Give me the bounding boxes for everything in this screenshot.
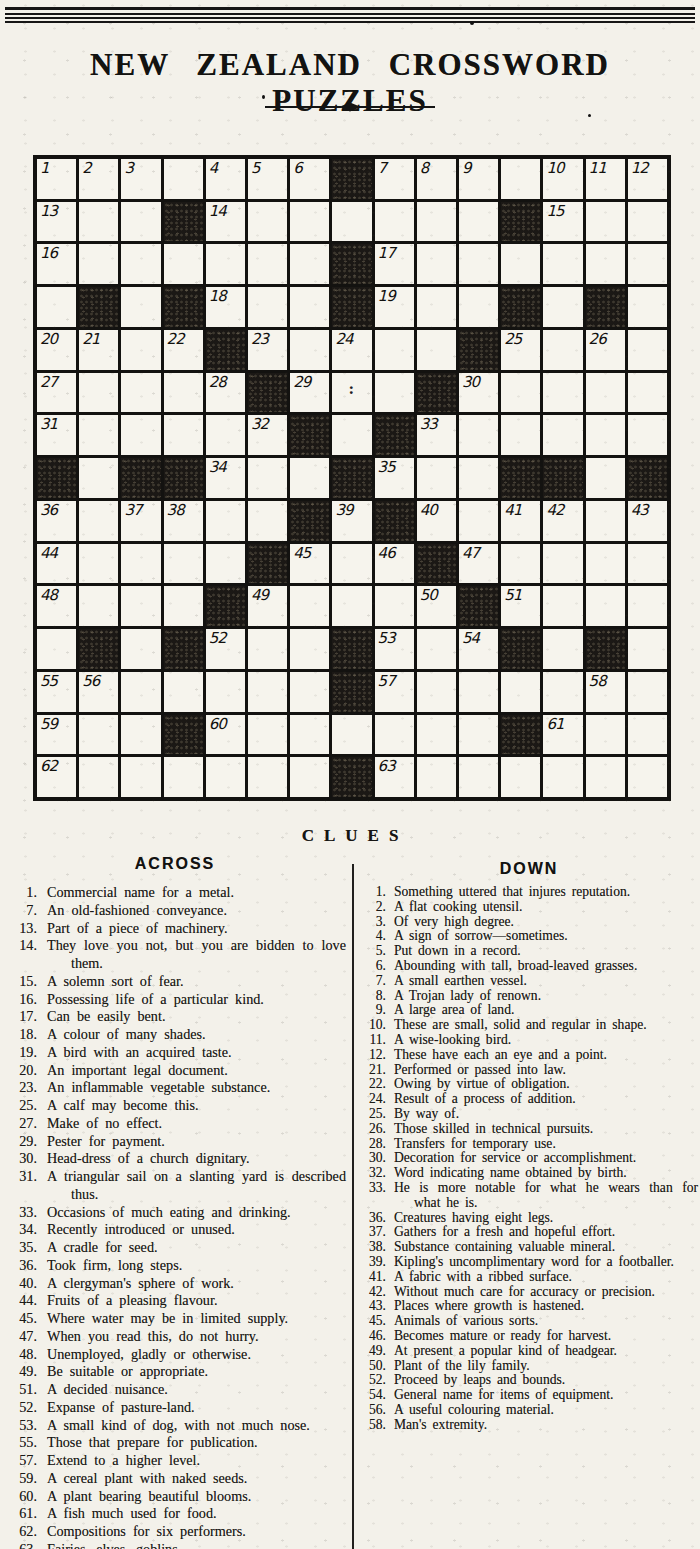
grid-cell: 7 (375, 159, 414, 199)
clue-number: 41. (360, 1270, 386, 1285)
down-heading: DOWN (360, 860, 698, 878)
grid-cell (332, 544, 371, 584)
clue: 4.A sign of sorrow—sometimes. (360, 929, 698, 944)
clue-number: 36. (4, 1257, 37, 1275)
clue: 47.When you read this, do not hurry. (4, 1328, 346, 1346)
grid-cell: 26 (586, 330, 625, 370)
cell-number: 9 (462, 159, 471, 177)
grid-cell (121, 415, 160, 455)
clue-text: Performed or passed into law. (394, 1063, 698, 1078)
cell-number: 36 (40, 501, 57, 519)
clue-number: 57. (4, 1452, 37, 1470)
clue-number: 24. (360, 1092, 386, 1107)
clue-number: 39. (360, 1255, 386, 1270)
clue-number: 1. (360, 885, 386, 900)
cell-number: 6 (293, 159, 302, 177)
cell-number: 39 (335, 501, 352, 519)
cell-number: 52 (209, 629, 226, 647)
clue: 3.Of very high degree. (360, 915, 698, 930)
clue-number: 23. (4, 1079, 37, 1097)
clue-text: By way of. (394, 1107, 698, 1122)
grid-cell (459, 501, 498, 541)
clue-text: Put down in a record. (394, 944, 698, 959)
clue-text: A large area of land. (394, 1003, 698, 1018)
clue-number: 2. (360, 900, 386, 915)
grid-cell (332, 715, 371, 755)
cell-number: 24 (335, 330, 352, 348)
clue: 16.Possessing life of a particular kind. (4, 991, 346, 1009)
clue: 26.Those skilled in technical pursuits. (360, 1122, 698, 1137)
cell-number: 50 (420, 586, 437, 604)
grid-cell (248, 287, 287, 327)
clue-number: 30. (4, 1150, 37, 1168)
clue-number: 46. (360, 1329, 386, 1344)
clue-text: A fish much used for food. (47, 1505, 346, 1523)
clue-text: Man's extremity. (394, 1418, 698, 1433)
clue-number: 34. (4, 1221, 37, 1239)
clue-text: An old-fashioned conveyance. (47, 902, 346, 920)
clue-text: Decoration for service or accomplishment… (394, 1151, 698, 1166)
grid-cell (121, 373, 160, 413)
grid-cell: 13 (37, 202, 76, 242)
grid-cell (375, 373, 414, 413)
grid-cell: 59 (37, 715, 76, 755)
grid-cell (628, 586, 667, 626)
grid-cell: 3 (121, 159, 160, 199)
grid-cell: 32 (248, 415, 287, 455)
clue-number: 25. (4, 1097, 37, 1115)
cell-number: 63 (378, 757, 395, 775)
grid-cell: 42 (543, 501, 582, 541)
grid-cell (628, 715, 667, 755)
clue: 52.Expanse of pasture-land. (4, 1399, 346, 1417)
cell-number: 10 (546, 159, 563, 177)
clue: 7.A small earthen vessel. (360, 974, 698, 989)
clue-number: 58. (360, 1418, 386, 1433)
clue: 63.Fairies, elves, goblins. (4, 1541, 346, 1549)
grid-cell (417, 629, 456, 669)
grid-cell: 10 (543, 159, 582, 199)
grid-cell: 29 (290, 373, 329, 413)
cell-number: 60 (209, 715, 226, 733)
clue-number: 55. (4, 1434, 37, 1452)
clue-number: 15. (4, 973, 37, 991)
grid-cell (164, 415, 203, 455)
grid-cell (164, 757, 203, 797)
grid-cell: : (332, 373, 371, 413)
clue-text: Head-dress of a church dignitary. (47, 1150, 346, 1168)
clue-text: Plant of the lily family. (394, 1359, 698, 1374)
grid-cell (543, 544, 582, 584)
clue: 25.A calf may become this. (4, 1097, 346, 1115)
clue-text: A triangular sail on a slanting yard is … (47, 1168, 346, 1204)
grid-cell (121, 757, 160, 797)
clue-number: 60. (4, 1488, 37, 1506)
grid-cell (543, 244, 582, 284)
grid-cell (417, 202, 456, 242)
clue-text: Pester for payment. (47, 1133, 346, 1151)
clue-number: 42. (360, 1285, 386, 1300)
crossword-grid: 1234567891011121314151617181920212223242… (33, 155, 671, 801)
grid-cell (543, 415, 582, 455)
cell-number: 23 (251, 330, 268, 348)
clue-number: 56. (360, 1403, 386, 1418)
cell-number: 32 (251, 415, 268, 433)
grid-cell (206, 501, 245, 541)
clue-text: Fairies, elves, goblins. (47, 1541, 346, 1549)
clue-text: Possessing life of a particular kind. (47, 991, 346, 1009)
black-cell (586, 287, 625, 327)
clue: 61.A fish much used for food. (4, 1505, 346, 1523)
clue-text: Transfers for temporary use. (394, 1137, 698, 1152)
masthead-rule (5, 13, 695, 15)
grid-cell (248, 672, 287, 712)
black-cell (332, 458, 371, 498)
down-clue-list: 1.Something uttered that injures reputat… (360, 885, 698, 1432)
black-cell (501, 715, 540, 755)
clue-number: 33. (360, 1181, 386, 1196)
clue-text: Of very high degree. (394, 915, 698, 930)
grid-cell: 6 (290, 159, 329, 199)
black-cell (206, 586, 245, 626)
clue-number: 40. (4, 1275, 37, 1293)
clue-text: Kipling's uncomplimentary word for a foo… (394, 1255, 698, 1270)
clue-text: At present a popular kind of headgear. (394, 1344, 698, 1359)
grid-cell: 53 (375, 629, 414, 669)
clue-number: 30. (360, 1151, 386, 1166)
black-cell (164, 629, 203, 669)
clue: 40.A clergyman's sphere of work. (4, 1275, 346, 1293)
clue-number: 27. (4, 1115, 37, 1133)
clue-text: Unemployed, gladly or otherwise. (47, 1346, 346, 1364)
grid-cell (248, 458, 287, 498)
clue-text: Places where growth is hastened. (394, 1299, 698, 1314)
clue-number: 61. (4, 1505, 37, 1523)
cell-number: 20 (40, 330, 57, 348)
grid-cell (628, 672, 667, 712)
clue-number: 50. (360, 1359, 386, 1374)
grid-cell: 28 (206, 373, 245, 413)
ink-speck (470, 21, 474, 25)
grid-cell (543, 330, 582, 370)
black-cell (164, 715, 203, 755)
cell-number: 41 (504, 501, 521, 519)
clue-text: Abounding with tall, broad-leaved grasse… (394, 959, 698, 974)
grid-cell: 39 (332, 501, 371, 541)
grid-cell: 62 (37, 757, 76, 797)
clue: 9.A large area of land. (360, 1003, 698, 1018)
clue: 30.Decoration for service or accomplishm… (360, 1151, 698, 1166)
grid-cell (37, 287, 76, 327)
grid-cell (121, 629, 160, 669)
clue-number: 33. (4, 1204, 37, 1222)
cell-number: 2 (82, 159, 91, 177)
clue: 10.These are small, solid and regular in… (360, 1018, 698, 1033)
black-cell (459, 330, 498, 370)
clue-text: A small kind of dog, with not much nose. (47, 1417, 346, 1435)
grid-cell (459, 287, 498, 327)
clue-text: He is more notable for what he wears tha… (394, 1181, 698, 1211)
clue-number: 48. (4, 1346, 37, 1364)
clue: 24.Result of a process of addition. (360, 1092, 698, 1107)
grid-cell (586, 757, 625, 797)
clue-text: Recently introduced or unused. (47, 1221, 346, 1239)
clue: 15.A solemn sort of fear. (4, 973, 346, 991)
grid-cell (586, 415, 625, 455)
clue-number: 6. (360, 959, 386, 974)
grid-cell: 8 (417, 159, 456, 199)
grid-cell (586, 715, 625, 755)
grid-cell (586, 501, 625, 541)
cell-number: 26 (589, 330, 606, 348)
clue-text: Word indicating name obtained by birth. (394, 1166, 698, 1181)
clue: 27.Make of no effect. (4, 1115, 346, 1133)
title-divider-ornament (0, 101, 700, 113)
diamond-ornament (339, 103, 361, 112)
cell-number: 7 (378, 159, 387, 177)
grid-cell (248, 501, 287, 541)
black-cell (290, 501, 329, 541)
clue-number: 16. (4, 991, 37, 1009)
grid-cell: 23 (248, 330, 287, 370)
clue-number: 54. (360, 1388, 386, 1403)
grid-cell: 54 (459, 629, 498, 669)
clue: 57.Extend to a higher level. (4, 1452, 346, 1470)
black-cell (543, 458, 582, 498)
grid-cell (121, 672, 160, 712)
clue-number: 22. (360, 1077, 386, 1092)
clue-text: These are small, solid and regular in sh… (394, 1018, 698, 1033)
clue-text: Took firm, long steps. (47, 1257, 346, 1275)
clue-number: 5. (360, 944, 386, 959)
clue-number: 1. (4, 884, 37, 902)
black-cell (164, 458, 203, 498)
black-cell (164, 202, 203, 242)
clue: 23.An inflammable vegetable substance. (4, 1079, 346, 1097)
cell-number: 40 (420, 501, 437, 519)
clue-text: Result of a process of addition. (394, 1092, 698, 1107)
clue-text: A small earthen vessel. (394, 974, 698, 989)
grid-cell: 14 (206, 202, 245, 242)
clue-text: Commercial name for a metal. (47, 884, 346, 902)
clue-number: 20. (4, 1062, 37, 1080)
grid-cell: 36 (37, 501, 76, 541)
grid-cell (543, 287, 582, 327)
across-clue-list: 1.Commercial name for a metal.7.An old-f… (4, 884, 346, 1549)
clue-text: Those that prepare for publication. (47, 1434, 346, 1452)
clue: 38.Substance containing valuable mineral… (360, 1240, 698, 1255)
cell-number: 19 (378, 287, 395, 305)
grid-cell (290, 287, 329, 327)
clue: 49.Be suitable or appropriate. (4, 1363, 346, 1381)
clue: 1.Something uttered that injures reputat… (360, 885, 698, 900)
grid-cell (79, 501, 118, 541)
clue: 25.By way of. (360, 1107, 698, 1122)
grid-cell: 15 (543, 202, 582, 242)
cell-number: 4 (209, 159, 218, 177)
grid-cell (121, 202, 160, 242)
clue-number: 3. (360, 915, 386, 930)
clue-number: 7. (4, 902, 37, 920)
clue-number: 29. (4, 1133, 37, 1151)
grid-cell (501, 244, 540, 284)
cell-number: 43 (631, 501, 648, 519)
clue: 37.Gathers for a fresh and hopeful effor… (360, 1225, 698, 1240)
clue-number: 47. (4, 1328, 37, 1346)
cell-number: 51 (504, 586, 521, 604)
grid-cell: 51 (501, 586, 540, 626)
grid-cell: 27 (37, 373, 76, 413)
clue: 11.A wise-looking bird. (360, 1033, 698, 1048)
clue-text: A bird with an acquired taste. (47, 1044, 346, 1062)
grid-cell: 21 (79, 330, 118, 370)
grid-cell (375, 715, 414, 755)
clue-number: 28. (360, 1137, 386, 1152)
cell-number: 1 (40, 159, 49, 177)
cell-number: 22 (167, 330, 184, 348)
clue: 50.Plant of the lily family. (360, 1359, 698, 1374)
cell-number: 8 (420, 159, 429, 177)
clue: 32.Word indicating name obtained by birt… (360, 1166, 698, 1181)
column-divider (352, 864, 354, 1549)
grid-cell (290, 586, 329, 626)
cell-number: 47 (462, 544, 479, 562)
cell-number: 45 (293, 544, 310, 562)
clues-heading: CLUES (0, 826, 700, 846)
grid-cell: 24 (332, 330, 371, 370)
clue-text: A sign of sorrow—sometimes. (394, 929, 698, 944)
clue: 49.At present a popular kind of headgear… (360, 1344, 698, 1359)
cell-number: 30 (462, 373, 479, 391)
grid-cell (79, 458, 118, 498)
clue: 29.Pester for payment. (4, 1133, 346, 1151)
grid-cell: 2 (79, 159, 118, 199)
clue: 12.These have each an eye and a point. (360, 1048, 698, 1063)
clue-text: A useful colouring material. (394, 1403, 698, 1418)
clue-text: Owing by virtue of obligation. (394, 1077, 698, 1092)
clue: 8.A Trojan lady of renown. (360, 989, 698, 1004)
cell-number: 5 (251, 159, 260, 177)
clue: 45.Animals of various sorts. (360, 1314, 698, 1329)
clue: 52.Proceed by leaps and bounds. (360, 1373, 698, 1388)
grid-cell (121, 330, 160, 370)
black-cell (332, 757, 371, 797)
cell-number: 48 (40, 586, 57, 604)
cell-number: 58 (589, 672, 606, 690)
grid-cell (586, 244, 625, 284)
grid-cell (206, 672, 245, 712)
clue: 54.General name for items of equipment. (360, 1388, 698, 1403)
grid-cell: 22 (164, 330, 203, 370)
grid-cell: 5 (248, 159, 287, 199)
grid-cell (628, 629, 667, 669)
clue-text: A cradle for seed. (47, 1239, 346, 1257)
clue-text: A fabric with a ribbed surface. (394, 1270, 698, 1285)
grid-cell (417, 757, 456, 797)
clue-number: 52. (4, 1399, 37, 1417)
black-cell (417, 544, 456, 584)
masthead-rule (5, 21, 695, 23)
cell-number: 53 (378, 629, 395, 647)
clue-number: 59. (4, 1470, 37, 1488)
black-cell (628, 458, 667, 498)
grid-cell (164, 244, 203, 284)
cell-number: 21 (82, 330, 99, 348)
clue-text: A solemn sort of fear. (47, 973, 346, 991)
black-cell (375, 501, 414, 541)
grid-cell (248, 629, 287, 669)
clue-text: Make of no effect. (47, 1115, 346, 1133)
clue-number: 12. (360, 1048, 386, 1063)
cell-number: 44 (40, 544, 57, 562)
grid-cell (79, 244, 118, 284)
grid-cell (375, 586, 414, 626)
grid-cell (121, 715, 160, 755)
cell-number: 13 (40, 202, 57, 220)
clue: 17.Can be easily bent. (4, 1008, 346, 1026)
clue: 41.A fabric with a ribbed surface. (360, 1270, 698, 1285)
black-cell (164, 287, 203, 327)
cell-number: 18 (209, 287, 226, 305)
grid-cell: 19 (375, 287, 414, 327)
clue-number: 32. (360, 1166, 386, 1181)
cell-number: 38 (167, 501, 184, 519)
black-cell (332, 629, 371, 669)
grid-cell: 35 (375, 458, 414, 498)
clue: 18.A colour of many shades. (4, 1026, 346, 1044)
grid-cell: 20 (37, 330, 76, 370)
clue: 21.Performed or passed into law. (360, 1063, 698, 1078)
grid-cell (586, 202, 625, 242)
clue-number: 19. (4, 1044, 37, 1062)
black-cell (248, 373, 287, 413)
clue-number: 35. (4, 1239, 37, 1257)
clue-number: 4. (360, 929, 386, 944)
black-cell (79, 287, 118, 327)
clue-text: Can be easily bent. (47, 1008, 346, 1026)
masthead-rule (5, 17, 695, 19)
clue: 6.Abounding with tall, broad-leaved gras… (360, 959, 698, 974)
clue-text: Be suitable or appropriate. (47, 1363, 346, 1381)
down-clues-section: DOWN 1.Something uttered that injures re… (360, 860, 698, 1432)
grid-cell (586, 544, 625, 584)
grid-cell (543, 586, 582, 626)
clue: 51.A decided nuisance. (4, 1381, 346, 1399)
cell-number: 27 (40, 373, 57, 391)
newspaper-page: NEW ZEALAND CROSSWORD PUZZLES 1234567891… (0, 0, 700, 1549)
clue: 58.Man's extremity. (360, 1418, 698, 1433)
grid-cell (79, 202, 118, 242)
clue: 56.A useful colouring material. (360, 1403, 698, 1418)
cell-number: 31 (40, 415, 57, 433)
grid-cell (290, 672, 329, 712)
grid-cell (332, 415, 371, 455)
clue: 7.An old-fashioned conveyance. (4, 902, 346, 920)
clue-number: 10. (360, 1018, 386, 1033)
grid-cell (79, 586, 118, 626)
clue-text: A flat cooking utensil. (394, 900, 698, 915)
clue: 33.He is more notable for what he wears … (360, 1181, 698, 1211)
clue-number: 36. (360, 1211, 386, 1226)
black-cell (290, 415, 329, 455)
divider-line (359, 106, 435, 108)
clue-text: Fruits of a pleasing flavour. (47, 1292, 346, 1310)
grid-cell (543, 629, 582, 669)
grid-cell: 61 (543, 715, 582, 755)
clue: 30.Head-dress of a church dignitary. (4, 1150, 346, 1168)
clue: 33.Occasions of much eating and drinking… (4, 1204, 346, 1222)
clue: 34.Recently introduced or unused. (4, 1221, 346, 1239)
